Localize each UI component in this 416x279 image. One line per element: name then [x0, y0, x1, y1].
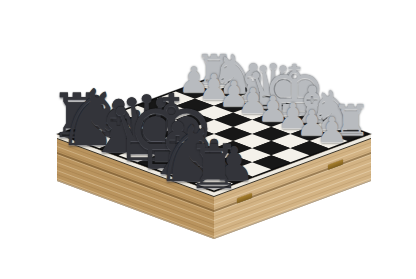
hinge-icon — [328, 159, 343, 170]
hinge-icon — [237, 193, 252, 204]
chess-set-product-photo: ♜♞♝♛♚♝♞♜♟♟♟♟♟♟♟♟♟♟♟♟♟♟♟♟♜♞♝♛♚♝♞♜ — [0, 0, 416, 279]
